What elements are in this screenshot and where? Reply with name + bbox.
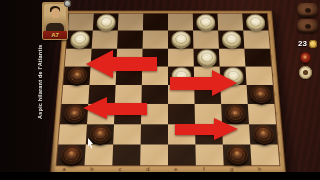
square-g1[interactable]: ⛂ (223, 144, 252, 165)
square-h8[interactable]: ⛀ (242, 14, 268, 31)
arrow-head (86, 50, 113, 78)
dark-piece[interactable]: ⛂ (250, 86, 271, 103)
square-d8[interactable] (143, 14, 168, 31)
dark-piece[interactable]: ⛂ (60, 145, 82, 164)
white-piece[interactable]: ⛀ (245, 14, 265, 29)
square-c7[interactable] (117, 31, 143, 49)
square-h4[interactable]: ⛂ (247, 85, 275, 104)
dark-piece[interactable]: ⛂ (67, 67, 88, 84)
piece-glyph: ⛀ (171, 32, 190, 48)
coin-counter: 23 (298, 39, 317, 48)
arrow-head (83, 97, 107, 119)
arrow-left-upper (86, 50, 157, 78)
arrow-left-lower (83, 97, 147, 120)
captured-pieces-tray (297, 3, 318, 33)
red-round-button[interactable] (300, 52, 311, 63)
white-piece[interactable]: ⛀ (221, 32, 241, 48)
square-a8[interactable] (68, 14, 94, 31)
square-h7[interactable] (243, 31, 270, 49)
arrow-head (212, 70, 237, 96)
piece-glyph: ⛀ (245, 14, 265, 29)
square-e7[interactable]: ⛀ (168, 31, 193, 49)
cream-round-button[interactable] (299, 66, 312, 79)
square-f6[interactable]: ⛀ (193, 48, 219, 66)
dark-piece[interactable]: ⛂ (89, 125, 110, 143)
square-b1[interactable] (84, 144, 113, 165)
rank-label-3: 3 (275, 112, 281, 116)
square-d2[interactable] (141, 124, 168, 144)
piece-glyph: ⛂ (250, 86, 271, 103)
captured-dark-piece (297, 19, 318, 33)
rank-label-4: 4 (273, 92, 279, 96)
square-h1[interactable] (250, 144, 279, 165)
square-c2[interactable] (113, 124, 141, 144)
player-avatar[interactable]: A7 (42, 2, 68, 40)
arrow-body (170, 77, 212, 90)
rank-label-2: 2 (277, 132, 283, 137)
rank-label-5: 5 (272, 73, 278, 77)
portrait-suit (46, 23, 64, 31)
square-c1[interactable] (112, 144, 140, 165)
square-b7[interactable] (92, 31, 118, 49)
white-piece[interactable]: ⛀ (196, 14, 215, 29)
square-h2[interactable]: ⛂ (249, 124, 278, 144)
rank-label-6: 6 (270, 55, 276, 59)
avatar-status-badge (64, 0, 71, 7)
piece-glyph: ⛂ (60, 145, 82, 164)
white-piece[interactable]: ⛀ (197, 49, 217, 65)
arrow-body (175, 124, 214, 135)
player-level-banner: A7 (43, 31, 67, 39)
piece-glyph: ⛂ (226, 145, 248, 164)
coin-count: 23 (298, 39, 307, 48)
arrow-head (214, 118, 238, 140)
piece-glyph: ⛀ (196, 14, 215, 29)
piece-glyph: ⛂ (67, 67, 88, 84)
square-e1[interactable] (168, 144, 196, 165)
square-d1[interactable] (140, 144, 168, 165)
arrow-body (113, 57, 157, 71)
square-d7[interactable] (143, 31, 168, 49)
white-piece[interactable]: ⛀ (69, 32, 89, 48)
rank-label-7: 7 (269, 37, 275, 41)
square-f1[interactable] (195, 144, 223, 165)
arrow-right-lower (175, 118, 238, 140)
player-name: Aspic hilarant de l'Atlantis (37, 45, 43, 119)
square-b8[interactable]: ⛀ (93, 14, 119, 31)
avatar-portrait (44, 4, 66, 31)
checkers-board: ⛀⛀⛀⛀⛀⛀⛀⛂⛀⛀⛂⛂⛂⛂⛂⛂⛂ abcdefgh 87654321 (50, 11, 286, 173)
square-a7[interactable]: ⛀ (66, 31, 93, 49)
square-a1[interactable]: ⛂ (57, 144, 86, 165)
dark-piece[interactable]: ⛂ (252, 125, 274, 143)
portrait-face (51, 8, 60, 18)
square-h5[interactable] (245, 66, 272, 85)
arrow-body (107, 103, 147, 115)
dark-piece[interactable]: ⛂ (63, 105, 84, 123)
game-screen: ⛀⛀⛀⛀⛀⛀⛀⛂⛀⛀⛂⛂⛂⛂⛂⛂⛂ abcdefgh 87654321 Aspi… (0, 0, 320, 180)
piece-glyph: ⛀ (69, 32, 89, 48)
square-a2[interactable] (58, 124, 87, 144)
piece-glyph: ⛀ (221, 32, 241, 48)
white-piece[interactable]: ⛀ (171, 32, 190, 48)
square-h6[interactable] (244, 48, 271, 66)
letterbox-bar (0, 172, 320, 180)
square-g8[interactable] (217, 14, 243, 31)
square-g6[interactable] (219, 48, 246, 66)
square-e8[interactable] (168, 14, 193, 31)
piece-glyph: ⛀ (96, 14, 115, 29)
square-e6[interactable] (168, 48, 194, 66)
square-f7[interactable] (193, 31, 219, 49)
piece-glyph: ⛂ (63, 105, 84, 123)
square-f8[interactable]: ⛀ (193, 14, 218, 31)
arrow-right-upper (170, 70, 237, 96)
square-h3[interactable] (248, 104, 276, 124)
coin-icon (309, 40, 317, 48)
dark-piece[interactable]: ⛂ (226, 145, 248, 164)
rank-label-1: 1 (278, 152, 284, 157)
piece-glyph: ⛂ (89, 125, 110, 143)
piece-glyph: ⛂ (252, 125, 274, 143)
white-piece[interactable]: ⛀ (96, 14, 115, 29)
captured-dark-piece (297, 3, 318, 17)
square-g7[interactable]: ⛀ (218, 31, 244, 49)
piece-glyph: ⛀ (197, 49, 217, 65)
rank-label-8: 8 (267, 20, 273, 24)
square-c8[interactable] (118, 14, 143, 31)
